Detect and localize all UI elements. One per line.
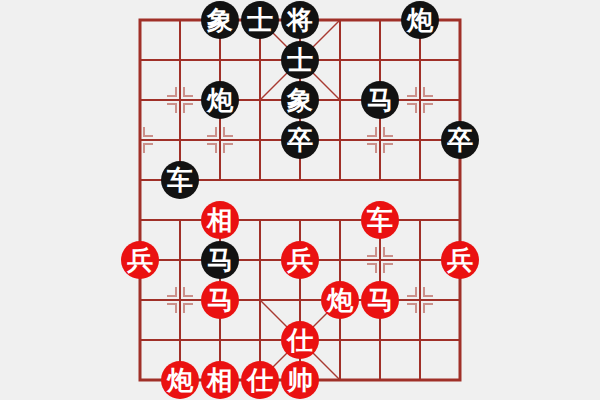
piece-red-advisor-2[interactable]: 仕: [241, 361, 279, 399]
piece-black-pawn-1[interactable]: 卒: [281, 121, 319, 159]
piece-black-advisor-2[interactable]: 士: [281, 41, 319, 79]
piece-black-general[interactable]: 将: [281, 1, 319, 39]
piece-red-horse-1[interactable]: 马: [201, 281, 239, 319]
piece-black-horse-2[interactable]: 马: [201, 241, 239, 279]
piece-red-advisor-1[interactable]: 仕: [281, 321, 319, 359]
xiangqi-app: 象士将炮士炮象马卒卒车马相车兵兵兵马炮马仕炮相仕帅: [0, 0, 600, 400]
piece-black-horse-1[interactable]: 马: [361, 81, 399, 119]
piece-red-cannon-2[interactable]: 炮: [161, 361, 199, 399]
piece-black-elephant-2[interactable]: 象: [281, 81, 319, 119]
piece-red-pawn-3[interactable]: 兵: [441, 241, 479, 279]
piece-layer: 象士将炮士炮象马卒卒车马相车兵兵兵马炮马仕炮相仕帅: [120, 0, 480, 400]
piece-red-horse-2[interactable]: 马: [361, 281, 399, 319]
piece-black-elephant-1[interactable]: 象: [201, 1, 239, 39]
piece-red-general[interactable]: 帅: [281, 361, 319, 399]
piece-red-chariot[interactable]: 车: [361, 201, 399, 239]
piece-black-pawn-2[interactable]: 卒: [441, 121, 479, 159]
piece-black-cannon-2[interactable]: 炮: [201, 81, 239, 119]
piece-red-cannon-1[interactable]: 炮: [321, 281, 359, 319]
piece-black-cannon-1[interactable]: 炮: [401, 1, 439, 39]
piece-black-chariot[interactable]: 车: [161, 161, 199, 199]
piece-red-elephant-2[interactable]: 相: [201, 361, 239, 399]
piece-red-pawn-1[interactable]: 兵: [121, 241, 159, 279]
piece-red-pawn-2[interactable]: 兵: [281, 241, 319, 279]
piece-red-elephant-1[interactable]: 相: [201, 201, 239, 239]
piece-black-advisor-1[interactable]: 士: [241, 1, 279, 39]
